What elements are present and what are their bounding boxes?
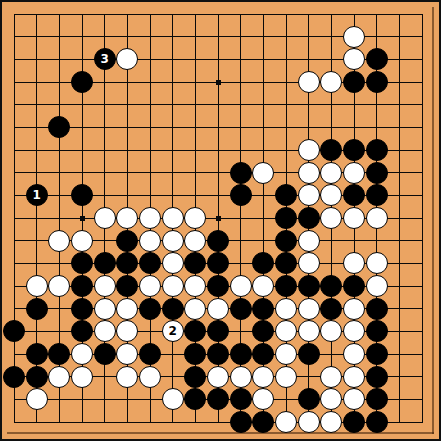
stone-white [162, 388, 184, 410]
stone-white [343, 26, 365, 48]
stone-black [230, 162, 252, 184]
stone-black [366, 388, 388, 410]
stone-black [343, 275, 365, 297]
stone-white [275, 343, 297, 365]
stone-black [298, 343, 320, 365]
stone-white [71, 366, 93, 388]
stone-white [184, 298, 206, 320]
stone-white [94, 320, 116, 342]
stone-black [275, 207, 297, 229]
stone-black [366, 343, 388, 365]
go-board: 312 [0, 0, 441, 441]
stone-white [298, 411, 320, 433]
move-number-label: 1 [32, 189, 40, 201]
stone-white [207, 366, 229, 388]
stone-black [366, 162, 388, 184]
stone-black [343, 71, 365, 93]
stone-white [94, 275, 116, 297]
move-number-label: 3 [100, 53, 108, 65]
stone-white [139, 230, 161, 252]
stone-black [366, 184, 388, 206]
stone-white [320, 366, 342, 388]
stone-white [252, 162, 274, 184]
star-point [80, 216, 85, 221]
stone-white [116, 366, 138, 388]
stone-black [71, 71, 93, 93]
stone-white [26, 275, 48, 297]
stone-black [366, 320, 388, 342]
stone-black [94, 252, 116, 274]
stone-black [343, 411, 365, 433]
stone-black [71, 275, 93, 297]
stone-black [94, 343, 116, 365]
stone-white [320, 162, 342, 184]
stone-white [252, 366, 274, 388]
stone-white [230, 275, 252, 297]
star-point [216, 216, 221, 221]
stone-white [298, 230, 320, 252]
stone-black [184, 366, 206, 388]
stone-black [275, 230, 297, 252]
frame-bevel-bottom [7, 432, 434, 434]
stone-black [252, 298, 274, 320]
stone-white [162, 252, 184, 274]
stone-black [320, 298, 342, 320]
stone-black [116, 230, 138, 252]
stone-black [139, 343, 161, 365]
stone-black [230, 411, 252, 433]
stone-white [275, 411, 297, 433]
stone-white [71, 230, 93, 252]
stone-white [343, 207, 365, 229]
stone-black [26, 343, 48, 365]
stone-white [139, 275, 161, 297]
stone-white [366, 252, 388, 274]
stone-black [366, 139, 388, 161]
stone-black [366, 298, 388, 320]
stone-black [207, 343, 229, 365]
grid-line-vertical [399, 14, 400, 423]
stone-white [230, 366, 252, 388]
stone-white [116, 298, 138, 320]
stone-white [343, 343, 365, 365]
stone-black [230, 343, 252, 365]
stone-white [343, 162, 365, 184]
stone-white [94, 298, 116, 320]
move-number-label: 2 [168, 325, 176, 337]
stone-white [139, 207, 161, 229]
stone-white [207, 298, 229, 320]
stone-black [343, 139, 365, 161]
stone-white [298, 298, 320, 320]
stone-black [71, 298, 93, 320]
stone-white [48, 230, 70, 252]
stone-white [139, 366, 161, 388]
stone-black [298, 388, 320, 410]
stone-white [343, 366, 365, 388]
stone-white: 2 [162, 320, 184, 342]
stone-white [48, 366, 70, 388]
stone-white [162, 207, 184, 229]
stone-white [343, 298, 365, 320]
stone-black: 3 [94, 48, 116, 70]
stone-white [162, 230, 184, 252]
stone-white [298, 252, 320, 274]
stone-black [230, 184, 252, 206]
stone-white [366, 275, 388, 297]
stone-black [298, 275, 320, 297]
star-point [216, 80, 221, 85]
stone-white [298, 320, 320, 342]
stone-white [366, 207, 388, 229]
stone-black [3, 366, 25, 388]
stone-black [26, 298, 48, 320]
stone-white [162, 275, 184, 297]
stone-black: 1 [26, 184, 48, 206]
stone-white [94, 207, 116, 229]
stone-black [230, 388, 252, 410]
stone-black [162, 298, 184, 320]
stone-black [366, 48, 388, 70]
stone-white [275, 298, 297, 320]
stone-black [139, 298, 161, 320]
stone-white [298, 184, 320, 206]
stone-white [298, 139, 320, 161]
stone-black [230, 298, 252, 320]
stone-black [366, 366, 388, 388]
stone-white [298, 162, 320, 184]
stone-black [366, 411, 388, 433]
stone-white [71, 343, 93, 365]
stone-white [275, 366, 297, 388]
stone-black [366, 71, 388, 93]
frame-bevel-right [432, 7, 434, 434]
stone-black [298, 207, 320, 229]
stone-white [26, 388, 48, 410]
stone-white [184, 230, 206, 252]
grid-line-vertical [422, 14, 423, 423]
stone-black [207, 230, 229, 252]
stone-black [26, 366, 48, 388]
stone-black [275, 275, 297, 297]
stone-white [298, 71, 320, 93]
stone-black [207, 275, 229, 297]
